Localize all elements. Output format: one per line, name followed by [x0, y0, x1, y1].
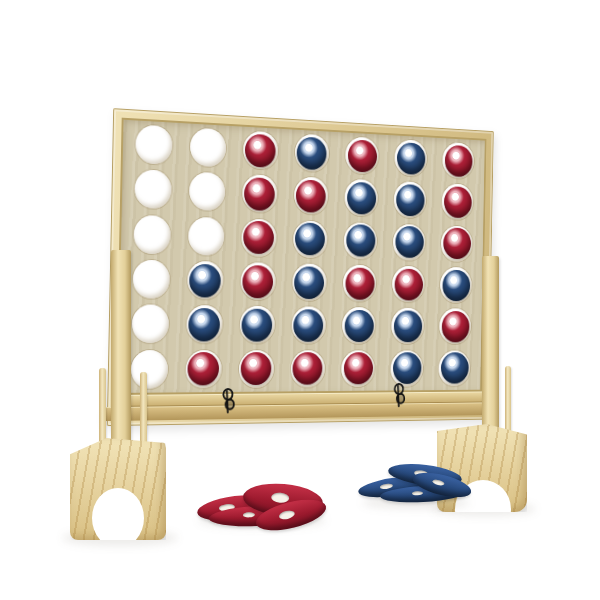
cell-r2c2: [180, 169, 234, 215]
hole: [442, 142, 474, 179]
empty-hole: [130, 350, 168, 389]
board-grid: [116, 118, 486, 395]
empty-hole: [131, 305, 169, 344]
red-disc: [296, 179, 326, 213]
hole: [344, 179, 378, 217]
hole: [242, 175, 278, 214]
blue-disc: [395, 226, 424, 258]
cell-r1c3: [234, 127, 287, 173]
cell-r3c1: [124, 211, 180, 257]
cell-r4c3: [231, 259, 284, 304]
empty-hole: [135, 125, 173, 165]
cell-r1c1: [126, 121, 182, 169]
hole: [441, 225, 473, 262]
blue-disc: [294, 266, 324, 299]
hole: [343, 265, 377, 302]
left-support-post: [111, 250, 131, 468]
blue-disc: [189, 263, 221, 297]
hole: [293, 220, 328, 258]
hole: [341, 350, 375, 387]
empty-hole: [134, 170, 172, 210]
red-disc: [243, 221, 274, 255]
hole: [241, 218, 277, 257]
cell-r6c6: [382, 347, 431, 389]
blue-disc: [294, 309, 324, 342]
blue-disc: [295, 223, 325, 256]
cell-r5c4: [283, 304, 335, 348]
red-disc: [345, 267, 375, 299]
cell-r1c2: [180, 124, 234, 171]
cell-r5c2: [177, 302, 231, 347]
cell-r5c5: [334, 304, 384, 347]
cell-r3c3: [232, 215, 285, 260]
blue-disc: [242, 309, 273, 342]
hole: [345, 137, 379, 175]
cell-r1c6: [386, 136, 435, 180]
latch-icon: [393, 383, 404, 412]
hole: [392, 266, 425, 303]
blue-disc: [344, 310, 374, 342]
cell-r6c3: [230, 347, 283, 391]
red-disc-pile: [195, 478, 327, 532]
red-disc: [443, 228, 471, 260]
red-disc: [293, 352, 323, 384]
cell-r4c7: [432, 264, 480, 306]
hole: [291, 307, 326, 344]
product-photo-connect-four: [0, 0, 600, 600]
cell-r6c2: [176, 347, 230, 392]
hole: [243, 131, 279, 170]
empty-hole: [189, 172, 226, 212]
blue-disc: [397, 142, 426, 175]
red-disc: [187, 352, 219, 385]
cell-r5c7: [431, 306, 479, 348]
red-disc: [445, 144, 473, 177]
cell-r1c4: [286, 130, 338, 176]
hole: [391, 308, 424, 344]
hole: [342, 307, 376, 344]
cell-r3c6: [385, 220, 434, 263]
hole: [440, 267, 472, 303]
blue-disc: [393, 353, 422, 385]
hole: [393, 224, 426, 261]
hole: [185, 350, 222, 388]
hole: [390, 350, 423, 386]
cell-r2c4: [285, 173, 337, 218]
cell-r6c7: [431, 347, 479, 389]
latch-icon: [221, 388, 233, 418]
hole: [240, 262, 276, 300]
cell-r4c6: [384, 263, 433, 306]
cell-r4c4: [284, 260, 336, 304]
cell-r4c5: [334, 261, 384, 305]
blue-disc-pile: [358, 462, 474, 510]
hole: [238, 350, 274, 388]
hole: [294, 177, 329, 215]
blue-disc: [396, 184, 425, 217]
cell-r1c7: [435, 139, 483, 183]
empty-hole: [132, 260, 170, 299]
hole: [186, 305, 223, 343]
red-disc: [244, 177, 275, 211]
cell-r2c1: [125, 166, 181, 213]
red-disc: [245, 133, 276, 167]
red-disc: [347, 139, 377, 172]
cell-r3c7: [433, 222, 481, 265]
cell-r5c6: [383, 305, 432, 347]
cell-r3c2: [179, 213, 233, 259]
blue-disc: [188, 308, 220, 341]
hole: [290, 350, 325, 387]
empty-hole: [189, 128, 226, 168]
cell-r4c2: [178, 258, 232, 303]
cell-r2c5: [336, 176, 386, 221]
empty-hole: [133, 215, 171, 255]
hole: [394, 181, 427, 218]
hole: [292, 263, 327, 301]
cell-r2c3: [233, 171, 286, 217]
cell-r3c5: [335, 219, 385, 263]
hole: [394, 139, 427, 177]
hole: [439, 350, 471, 386]
red-disc: [444, 186, 472, 218]
left-foot-base: [70, 438, 166, 540]
cell-r4c1: [123, 256, 179, 302]
hole: [344, 222, 378, 260]
red-disc: [242, 265, 273, 298]
red-disc: [343, 353, 373, 385]
hole: [439, 309, 471, 345]
board-frame: [107, 108, 494, 426]
hole: [239, 306, 275, 344]
connect-four-board: [107, 108, 494, 426]
blue-disc: [442, 269, 470, 301]
cell-r5c3: [231, 303, 284, 347]
hole: [295, 134, 330, 173]
red-disc: [394, 268, 423, 300]
blue-disc: [441, 353, 469, 384]
cell-r2c7: [434, 180, 482, 223]
blue-disc: [297, 136, 327, 170]
hole: [442, 184, 474, 221]
hole: [187, 261, 224, 300]
red-disc: [241, 352, 272, 385]
cell-r6c4: [282, 347, 334, 390]
cell-r1c5: [337, 133, 387, 178]
blue-disc: [346, 224, 376, 257]
cell-r2c6: [386, 178, 435, 222]
empty-hole: [188, 217, 225, 256]
blue-disc: [393, 310, 422, 342]
cell-r6c5: [333, 347, 383, 390]
blue-disc: [347, 182, 377, 215]
red-disc: [441, 311, 469, 342]
cell-r3c4: [284, 217, 336, 262]
